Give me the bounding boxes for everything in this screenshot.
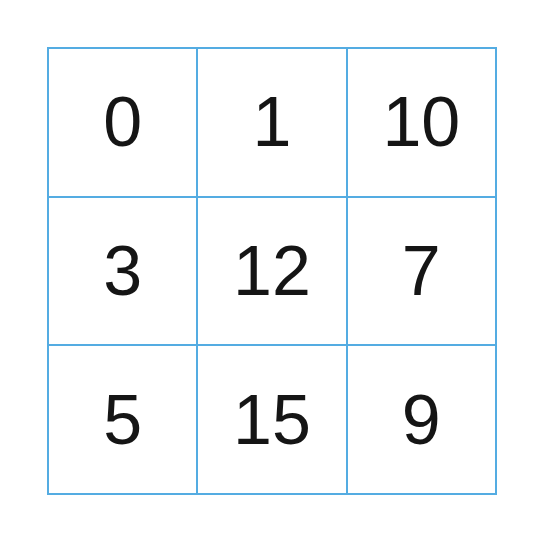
- bingo-cell-r1c3[interactable]: 10: [348, 49, 495, 196]
- bingo-cell-r2c2[interactable]: 12: [198, 198, 345, 345]
- bingo-card-page: 0 1 10 3 12 7 5 15 9: [0, 0, 544, 544]
- bingo-cell-r3c2[interactable]: 15: [198, 346, 345, 493]
- bingo-grid: 0 1 10 3 12 7 5 15 9: [47, 47, 497, 495]
- bingo-cell-r1c1[interactable]: 0: [49, 49, 196, 196]
- bingo-cell-r1c2[interactable]: 1: [198, 49, 345, 196]
- bingo-cell-r2c3[interactable]: 7: [348, 198, 495, 345]
- bingo-cell-r3c1[interactable]: 5: [49, 346, 196, 493]
- bingo-cell-r2c1[interactable]: 3: [49, 198, 196, 345]
- bingo-cell-r3c3[interactable]: 9: [348, 346, 495, 493]
